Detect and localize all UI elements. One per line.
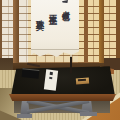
paper-fold-crease xyxy=(31,49,79,50)
paper-slip xyxy=(44,69,58,90)
brush-cap xyxy=(70,55,72,57)
calligraphy-column-left: 珠亦正矣 xyxy=(35,13,43,17)
calligraphy-column-middle: 正視不正 xyxy=(48,8,56,12)
room-photo: 者鏡也 正視不正 珠亦正矣 xyxy=(0,0,120,120)
table-front-rim xyxy=(9,94,116,101)
table-foot-left xyxy=(17,114,32,118)
table-foot-right xyxy=(80,112,97,116)
slip-character-mark xyxy=(50,72,53,75)
standing-brush xyxy=(70,56,72,73)
shoji-stile xyxy=(13,0,19,70)
calligraphy-column-right: 者鏡也 xyxy=(61,4,69,7)
wooden-box xyxy=(76,78,89,85)
shoji-stile xyxy=(84,0,88,70)
ink-stone xyxy=(22,68,40,79)
ink-stick-on-box xyxy=(78,79,86,82)
slip-character-mark xyxy=(49,77,52,79)
